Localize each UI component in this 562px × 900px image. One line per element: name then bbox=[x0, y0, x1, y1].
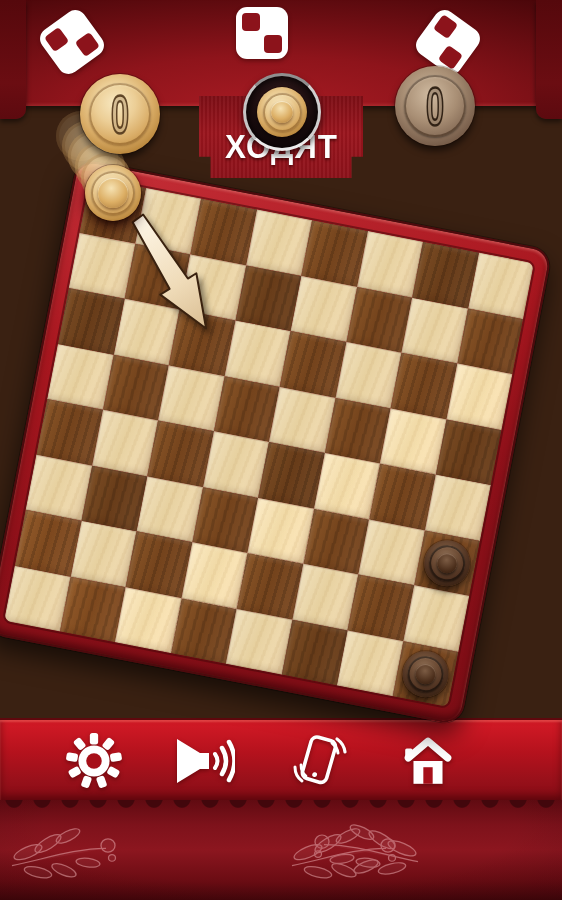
sound-button[interactable] bbox=[172, 730, 236, 792]
home-icon bbox=[400, 734, 456, 788]
white-score-value: 0 bbox=[111, 87, 129, 141]
checkerboard-icon-center bbox=[236, 7, 288, 59]
square-r4c7[interactable] bbox=[425, 474, 491, 540]
turn-indicator-badge bbox=[243, 73, 321, 151]
black-piece[interactable] bbox=[398, 647, 452, 701]
icon-cell bbox=[264, 35, 282, 53]
black-score-counter: 0 bbox=[395, 66, 475, 146]
icon-cell bbox=[264, 13, 282, 31]
black-piece[interactable] bbox=[420, 536, 474, 590]
app-screen: ХОДЯТ 0 0 bbox=[0, 0, 562, 900]
square-r0c6[interactable] bbox=[412, 242, 478, 308]
square-r7c5[interactable] bbox=[281, 619, 347, 685]
square-r6c0[interactable] bbox=[15, 510, 81, 576]
square-r5c4[interactable] bbox=[247, 497, 313, 563]
leaf-ornament bbox=[0, 814, 562, 898]
square-r5c7[interactable] bbox=[414, 530, 480, 596]
vibrate-button[interactable] bbox=[288, 730, 352, 792]
lifted-white-piece[interactable] bbox=[85, 165, 141, 221]
square-r0c7[interactable] bbox=[468, 252, 534, 318]
footer bbox=[0, 718, 562, 900]
square-r6c7[interactable] bbox=[403, 585, 469, 651]
square-r1c3[interactable] bbox=[235, 265, 301, 331]
board-grid bbox=[4, 177, 534, 707]
turn-indicator-piece bbox=[257, 87, 307, 137]
square-r1c7[interactable] bbox=[457, 308, 523, 374]
square-r3c7[interactable] bbox=[435, 419, 501, 485]
icon-cell bbox=[242, 13, 260, 31]
checkers-board bbox=[0, 158, 553, 725]
footer-toolbar bbox=[0, 718, 562, 800]
black-score-value: 0 bbox=[426, 79, 444, 133]
board-frame bbox=[0, 158, 553, 725]
square-r7c7[interactable] bbox=[392, 641, 458, 707]
square-r4c5[interactable] bbox=[314, 453, 380, 519]
header-right-tab bbox=[536, 0, 562, 119]
icon-cell bbox=[242, 35, 260, 53]
icon-cell bbox=[75, 32, 100, 57]
square-r2c0[interactable] bbox=[58, 288, 124, 354]
home-button[interactable] bbox=[396, 730, 460, 792]
header-left-tab bbox=[0, 0, 26, 119]
white-score-counter: 0 bbox=[80, 74, 160, 154]
settings-button[interactable] bbox=[62, 730, 126, 792]
gear-icon bbox=[66, 733, 122, 789]
square-r5c1[interactable] bbox=[81, 465, 147, 531]
square-r6c3[interactable] bbox=[181, 542, 247, 608]
vibrating-phone-icon bbox=[291, 733, 349, 789]
square-r2c7[interactable] bbox=[446, 363, 512, 429]
square-r7c2[interactable] bbox=[115, 587, 181, 653]
speaker-icon bbox=[173, 734, 235, 788]
